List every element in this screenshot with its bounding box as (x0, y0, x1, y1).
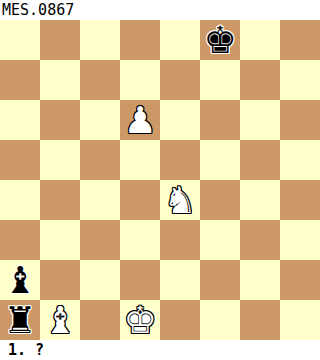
chess-board: ♚♟♞♝♜♝♚ (0, 20, 320, 340)
square-g5[interactable] (240, 140, 280, 180)
square-f8[interactable]: ♚ (200, 20, 240, 60)
move-prompt: 1. ? (0, 340, 320, 360)
square-g4[interactable] (240, 180, 280, 220)
square-h8[interactable] (280, 20, 320, 60)
square-e5[interactable] (160, 140, 200, 180)
square-b6[interactable] (40, 100, 80, 140)
square-f3[interactable] (200, 220, 240, 260)
square-g8[interactable] (240, 20, 280, 60)
square-d1[interactable]: ♚ (120, 300, 160, 340)
square-c2[interactable] (80, 260, 120, 300)
square-g2[interactable] (240, 260, 280, 300)
square-h2[interactable] (280, 260, 320, 300)
white-king: ♚ (123, 302, 156, 339)
square-d2[interactable] (120, 260, 160, 300)
square-e7[interactable] (160, 60, 200, 100)
square-b1[interactable]: ♝ (40, 300, 80, 340)
chess-problem-diagram: MES.0867 ♚♟♞♝♜♝♚ 1. ? (0, 0, 320, 360)
square-d7[interactable] (120, 60, 160, 100)
square-f7[interactable] (200, 60, 240, 100)
square-d6[interactable]: ♟ (120, 100, 160, 140)
square-f5[interactable] (200, 140, 240, 180)
square-d8[interactable] (120, 20, 160, 60)
square-c5[interactable] (80, 140, 120, 180)
square-a1[interactable]: ♜ (0, 300, 40, 340)
square-c7[interactable] (80, 60, 120, 100)
square-b5[interactable] (40, 140, 80, 180)
problem-id: MES.0867 (0, 0, 320, 20)
square-a2[interactable]: ♝ (0, 260, 40, 300)
square-g7[interactable] (240, 60, 280, 100)
square-b8[interactable] (40, 20, 80, 60)
square-b3[interactable] (40, 220, 80, 260)
square-a4[interactable] (0, 180, 40, 220)
black-king: ♚ (203, 22, 236, 59)
square-g1[interactable] (240, 300, 280, 340)
square-g6[interactable] (240, 100, 280, 140)
square-e6[interactable] (160, 100, 200, 140)
square-c8[interactable] (80, 20, 120, 60)
square-e8[interactable] (160, 20, 200, 60)
square-h6[interactable] (280, 100, 320, 140)
square-c4[interactable] (80, 180, 120, 220)
black-rook: ♜ (3, 302, 36, 339)
square-h3[interactable] (280, 220, 320, 260)
square-f4[interactable] (200, 180, 240, 220)
square-h1[interactable] (280, 300, 320, 340)
square-a5[interactable] (0, 140, 40, 180)
square-f2[interactable] (200, 260, 240, 300)
square-a3[interactable] (0, 220, 40, 260)
square-h7[interactable] (280, 60, 320, 100)
square-e2[interactable] (160, 260, 200, 300)
square-a8[interactable] (0, 20, 40, 60)
square-h5[interactable] (280, 140, 320, 180)
black-bishop: ♝ (3, 262, 36, 299)
square-b7[interactable] (40, 60, 80, 100)
square-c3[interactable] (80, 220, 120, 260)
square-b4[interactable] (40, 180, 80, 220)
square-d3[interactable] (120, 220, 160, 260)
square-h4[interactable] (280, 180, 320, 220)
square-g3[interactable] (240, 220, 280, 260)
square-a7[interactable] (0, 60, 40, 100)
square-d4[interactable] (120, 180, 160, 220)
square-c6[interactable] (80, 100, 120, 140)
square-d5[interactable] (120, 140, 160, 180)
square-e3[interactable] (160, 220, 200, 260)
white-bishop: ♝ (43, 302, 76, 339)
white-knight: ♞ (163, 182, 196, 219)
white-pawn: ♟ (123, 102, 156, 139)
square-e1[interactable] (160, 300, 200, 340)
square-a6[interactable] (0, 100, 40, 140)
square-b2[interactable] (40, 260, 80, 300)
square-c1[interactable] (80, 300, 120, 340)
square-f6[interactable] (200, 100, 240, 140)
square-e4[interactable]: ♞ (160, 180, 200, 220)
square-f1[interactable] (200, 300, 240, 340)
